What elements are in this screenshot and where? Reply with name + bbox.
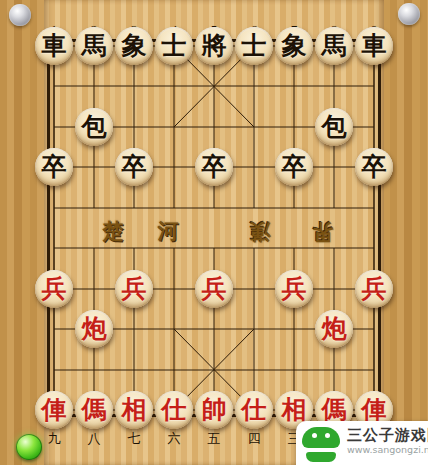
corner-indicator-bottom-left [16,434,42,460]
piece-character: 兵 [202,276,227,301]
red-piece-相[interactable]: 相 [115,391,153,429]
piece-character: 俥 [362,397,387,422]
black-piece-將[interactable]: 將 [195,27,233,65]
piece-character: 兵 [122,276,147,301]
piece-character: 卒 [282,154,307,179]
piece-character: 傌 [82,397,107,422]
xiangqi-board-screenshot: 123456789 九八七六五四三二一 楚河漢界 車馬象士將士象馬車包包卒卒卒卒… [0,0,428,465]
file-label-bottom-6: 四 [248,432,261,445]
black-piece-包[interactable]: 包 [315,108,353,146]
logo-jaw [306,452,336,462]
logo-eye-right [325,433,330,438]
piece-character: 兵 [42,276,67,301]
piece-character: 炮 [322,316,347,341]
piece-character: 卒 [202,154,227,179]
file-label-bottom-1: 九 [48,432,61,445]
red-piece-仕[interactable]: 仕 [155,391,193,429]
river-char-flipped: 漢 [250,221,271,242]
piece-character: 相 [282,397,307,422]
black-piece-包[interactable]: 包 [75,108,113,146]
piece-character: 包 [322,114,347,139]
red-piece-仕[interactable]: 仕 [235,391,273,429]
black-piece-士[interactable]: 士 [235,27,273,65]
piece-character: 仕 [242,397,267,422]
red-piece-兵[interactable]: 兵 [35,270,73,308]
red-piece-炮[interactable]: 炮 [75,310,113,348]
piece-character: 仕 [162,397,187,422]
watermark-card: 三公子游戏网 www.sangongzi.net [296,421,428,465]
piece-character: 卒 [122,154,147,179]
piece-character: 士 [242,33,267,58]
black-piece-馬[interactable]: 馬 [315,27,353,65]
piece-character: 帥 [202,397,227,422]
piece-character: 卒 [42,154,67,179]
watermark-site-name: 三公子游戏网 [347,426,428,444]
river-char: 河 [158,221,179,242]
black-piece-卒[interactable]: 卒 [35,148,73,186]
piece-character: 兵 [362,276,387,301]
piece-character: 卒 [362,154,387,179]
piece-character: 將 [202,33,227,58]
file-label-bottom-4: 六 [168,432,181,445]
red-piece-傌[interactable]: 傌 [75,391,113,429]
piece-character: 士 [162,33,187,58]
piece-character: 俥 [42,397,67,422]
logo-head [302,427,340,448]
logo-eye-left [312,433,317,438]
black-piece-車[interactable]: 車 [35,27,73,65]
red-piece-兵[interactable]: 兵 [275,270,313,308]
red-piece-兵[interactable]: 兵 [195,270,233,308]
black-piece-卒[interactable]: 卒 [195,148,233,186]
red-piece-帥[interactable]: 帥 [195,391,233,429]
piece-character: 馬 [322,33,347,58]
black-piece-馬[interactable]: 馬 [75,27,113,65]
file-label-bottom-3: 七 [128,432,141,445]
red-piece-兵[interactable]: 兵 [115,270,153,308]
corner-screw-top-left [9,4,31,26]
piece-character: 車 [42,33,67,58]
piece-character: 馬 [82,33,107,58]
black-piece-象[interactable]: 象 [115,27,153,65]
red-piece-兵[interactable]: 兵 [355,270,393,308]
watermark-site-url: www.sangongzi.net [347,444,428,456]
piece-character: 傌 [322,397,347,422]
site-logo-icon [302,427,340,463]
piece-character: 象 [122,33,147,58]
piece-character: 車 [362,33,387,58]
river-char-flipped: 界 [313,221,334,242]
piece-character: 包 [82,114,107,139]
file-label-bottom-2: 八 [88,432,101,445]
black-piece-象[interactable]: 象 [275,27,313,65]
black-piece-卒[interactable]: 卒 [275,148,313,186]
red-piece-俥[interactable]: 俥 [35,391,73,429]
black-piece-車[interactable]: 車 [355,27,393,65]
piece-character: 炮 [82,316,107,341]
file-label-bottom-5: 五 [208,432,221,445]
piece-character: 兵 [282,276,307,301]
piece-character: 象 [282,33,307,58]
black-piece-卒[interactable]: 卒 [115,148,153,186]
black-piece-卒[interactable]: 卒 [355,148,393,186]
piece-character: 相 [122,397,147,422]
corner-screw-top-right [398,3,420,25]
river-char: 楚 [103,221,124,242]
red-piece-炮[interactable]: 炮 [315,310,353,348]
black-piece-士[interactable]: 士 [155,27,193,65]
